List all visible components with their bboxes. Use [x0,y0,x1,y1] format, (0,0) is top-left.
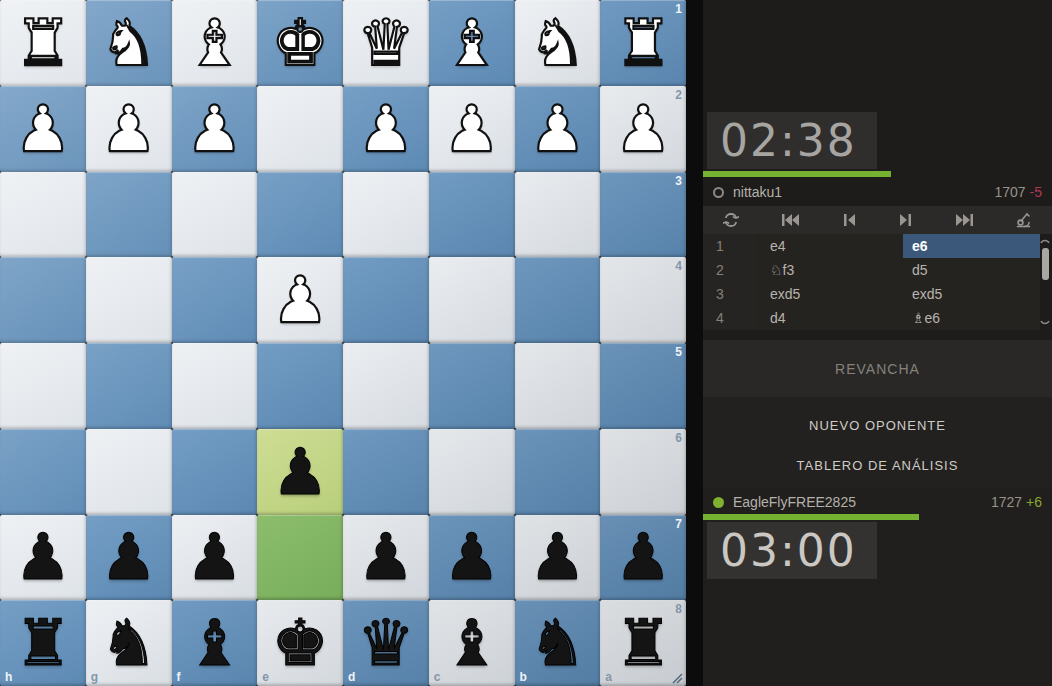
file-label-d: d [348,670,355,684]
square-h1[interactable]: ♜ [0,0,86,86]
square-c6[interactable] [429,429,515,515]
player-rating-delta: +6 [1026,494,1042,510]
square-f5[interactable] [172,343,258,429]
file-label-a: a [605,670,612,684]
player-rating: 1727 [991,494,1022,510]
previous-move-icon[interactable] [840,206,860,234]
opponent-name[interactable]: nittaku1 [733,184,782,200]
move-row: 3exd5exd5 [703,282,1040,306]
file-label-e: e [262,670,269,684]
move-nav-bar [703,206,1052,234]
white-pawn[interactable]: ♟ [515,86,601,172]
square-a8[interactable]: ♜8a [600,600,686,686]
flip-board-icon[interactable] [719,206,743,234]
move-list-scrollbar [1040,234,1050,330]
player-name[interactable]: EagleFlyFREE2825 [733,494,856,510]
square-f6[interactable] [172,429,258,515]
move-black[interactable]: e6 [903,234,1040,258]
opponent-rating: 1707 [994,184,1025,200]
square-a7[interactable]: ♟7 [600,515,686,601]
square-d6[interactable] [343,429,429,515]
white-pawn[interactable]: ♟ [600,86,686,172]
move-white[interactable]: ♘f3 [757,258,903,282]
square-e5[interactable] [257,343,343,429]
square-b2[interactable]: ♟ [515,86,601,172]
white-queen[interactable]: ♛ [343,0,429,86]
square-d7[interactable]: ♟ [343,515,429,601]
square-g3[interactable] [86,172,172,258]
square-e1[interactable]: ♚ [257,0,343,86]
next-move-icon[interactable] [895,206,915,234]
black-bishop[interactable]: ♝ [429,600,515,686]
square-g5[interactable] [86,343,172,429]
square-c2[interactable]: ♟ [429,86,515,172]
square-b7[interactable]: ♟ [515,515,601,601]
game-sidebar: 02:38 nittaku1 1707 -5 [703,0,1052,686]
black-pawn[interactable]: ♟ [257,429,343,515]
rank-label-3: 3 [675,174,682,188]
black-pawn[interactable]: ♟ [343,515,429,601]
square-a6[interactable]: 6 [600,429,686,515]
move-number: 3 [703,282,757,306]
square-f4[interactable] [172,257,258,343]
move-row: 4d4♗e6 [703,306,1040,330]
square-h7[interactable]: ♟ [0,515,86,601]
black-knight[interactable]: ♞ [86,600,172,686]
black-pawn[interactable]: ♟ [0,515,86,601]
white-pawn[interactable]: ♟ [172,86,258,172]
move-white[interactable]: exd5 [757,282,903,306]
file-label-c: c [434,670,441,684]
opponent-time-bar [703,171,891,177]
scrollbar-thumb[interactable] [1042,248,1049,280]
online-status-icon [713,497,724,508]
opponent-rating-delta: -5 [1030,184,1042,200]
rank-label-2: 2 [675,88,682,102]
rank-label-8: 8 [675,602,682,616]
black-pawn[interactable]: ♟ [429,515,515,601]
square-f1[interactable]: ♝ [172,0,258,86]
chess-board: ♜♞♝♚♛♝♞♜1♟♟♟♟♟♟♟23♟45♟6♟♟♟♟♟♟♟7♜h♞g♝f♚e♛… [0,0,686,686]
rank-label-1: 1 [675,2,682,16]
square-c3[interactable] [429,172,515,258]
black-pawn[interactable]: ♟ [600,515,686,601]
analysis-microscope-icon[interactable] [1012,206,1036,234]
move-white[interactable]: d4 [757,306,903,330]
opponent-clock: 02:38 [707,112,877,169]
square-c7[interactable]: ♟ [429,515,515,601]
square-a2[interactable]: ♟2 [600,86,686,172]
square-b8[interactable]: ♞b [515,600,601,686]
square-c5[interactable] [429,343,515,429]
square-d2[interactable]: ♟ [343,86,429,172]
black-bishop[interactable]: ♝ [172,600,258,686]
square-h3[interactable] [0,172,86,258]
white-bishop[interactable]: ♝ [429,0,515,86]
move-number: 1 [703,234,757,258]
white-pawn[interactable]: ♟ [0,86,86,172]
square-f2[interactable]: ♟ [172,86,258,172]
white-rook[interactable]: ♜ [600,0,686,86]
first-move-icon[interactable] [778,206,804,234]
move-white[interactable]: e4 [757,234,903,258]
square-c8[interactable]: ♝c [429,600,515,686]
square-a5[interactable]: 5 [600,343,686,429]
actions-panel: NUEVO OPONENTE TABLERO DE ANÁLISIS [703,397,1052,487]
square-h8[interactable]: ♜h [0,600,86,686]
square-d8[interactable]: ♛d [343,600,429,686]
player-row: EagleFlyFREE2825 1727 +6 [703,490,1052,514]
game-screen: ♜♞♝♚♛♝♞♜1♟♟♟♟♟♟♟23♟45♟6♟♟♟♟♟♟♟7♜h♞g♝f♚e♛… [0,0,1052,686]
square-h5[interactable] [0,343,86,429]
file-label-h: h [5,670,12,684]
analysis-board-button[interactable]: TABLERO DE ANÁLISIS [703,458,1052,473]
black-rook[interactable]: ♜ [0,600,86,686]
square-d4[interactable] [343,257,429,343]
square-g8[interactable]: ♞g [86,600,172,686]
square-d1[interactable]: ♛ [343,0,429,86]
player-time-bar [703,514,919,520]
white-king[interactable]: ♚ [257,0,343,86]
white-rook[interactable]: ♜ [0,0,86,86]
white-knight[interactable]: ♞ [515,0,601,86]
move-black[interactable]: d5 [903,258,1040,282]
rematch-panel: REVANCHA [703,340,1052,397]
square-g1[interactable]: ♞ [86,0,172,86]
square-e7[interactable] [257,515,343,601]
move-black[interactable]: exd5 [903,282,1040,306]
square-g2[interactable]: ♟ [86,86,172,172]
rank-label-6: 6 [675,431,682,445]
square-h2[interactable]: ♟ [0,86,86,172]
board-resize-handle[interactable] [670,671,683,684]
new-opponent-button[interactable]: NUEVO OPONENTE [703,418,1052,433]
black-knight[interactable]: ♞ [515,600,601,686]
white-pawn[interactable]: ♟ [86,86,172,172]
square-f8[interactable]: ♝f [172,600,258,686]
black-pawn[interactable]: ♟ [172,515,258,601]
square-a3[interactable]: 3 [600,172,686,258]
offline-status-icon [713,187,724,198]
square-c4[interactable] [429,257,515,343]
move-list: 1e4e62♘f3d53exd5exd54d4♗e6 [703,234,1040,330]
rank-label-4: 4 [675,259,682,273]
square-a1[interactable]: ♜1 [600,0,686,86]
rank-label-7: 7 [675,517,682,531]
square-f3[interactable] [172,172,258,258]
white-pawn[interactable]: ♟ [257,257,343,343]
square-b1[interactable]: ♞ [515,0,601,86]
square-d3[interactable] [343,172,429,258]
square-g7[interactable]: ♟ [86,515,172,601]
square-b6[interactable] [515,429,601,515]
square-e8[interactable]: ♚e [257,600,343,686]
square-e3[interactable] [257,172,343,258]
rank-label-5: 5 [675,345,682,359]
white-knight[interactable]: ♞ [86,0,172,86]
square-g6[interactable] [86,429,172,515]
square-b3[interactable] [515,172,601,258]
square-f7[interactable]: ♟ [172,515,258,601]
move-black[interactable]: ♗e6 [903,306,1040,330]
white-pawn[interactable]: ♟ [429,86,515,172]
file-label-f: f [177,670,181,684]
player-clock: 03:00 [707,522,877,579]
square-d5[interactable] [343,343,429,429]
black-pawn[interactable]: ♟ [86,515,172,601]
square-h6[interactable] [0,429,86,515]
square-h4[interactable] [0,257,86,343]
white-pawn[interactable]: ♟ [343,86,429,172]
square-e6[interactable]: ♟ [257,429,343,515]
move-number: 2 [703,258,757,282]
file-label-b: b [520,670,527,684]
black-pawn[interactable]: ♟ [515,515,601,601]
rematch-button[interactable]: REVANCHA [835,361,920,377]
black-king[interactable]: ♚ [257,600,343,686]
square-b5[interactable] [515,343,601,429]
square-c1[interactable]: ♝ [429,0,515,86]
black-queen[interactable]: ♛ [343,600,429,686]
square-a4[interactable]: 4 [600,257,686,343]
move-number: 4 [703,306,757,330]
square-g4[interactable] [86,257,172,343]
opponent-row: nittaku1 1707 -5 [703,180,1052,204]
square-e4[interactable]: ♟ [257,257,343,343]
file-label-g: g [91,670,98,684]
white-bishop[interactable]: ♝ [172,0,258,86]
move-row: 2♘f3d5 [703,258,1040,282]
move-row: 1e4e6 [703,234,1040,258]
square-e2[interactable] [257,86,343,172]
square-b4[interactable] [515,257,601,343]
last-move-icon[interactable] [951,206,977,234]
